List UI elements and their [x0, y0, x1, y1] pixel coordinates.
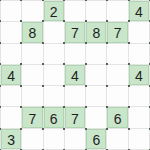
grid-cell[interactable]	[86, 1, 106, 21]
clue-number: 6	[92, 132, 100, 146]
grid-cell[interactable]	[44, 44, 64, 64]
grid-cell[interactable]	[44, 129, 64, 149]
grid-cell[interactable]	[44, 86, 64, 106]
clue-cell[interactable]: 8	[22, 22, 42, 42]
grid-cell[interactable]	[129, 107, 149, 127]
grid-cell[interactable]	[1, 44, 21, 64]
grid-cell[interactable]	[86, 44, 106, 64]
grid-cell[interactable]	[107, 129, 127, 149]
grid-cell[interactable]	[65, 1, 85, 21]
grid-cell[interactable]	[107, 1, 127, 21]
clue-number: 8	[29, 26, 37, 40]
clue-cell[interactable]: 7	[107, 22, 127, 42]
grid-cell[interactable]	[129, 86, 149, 106]
clue-cell[interactable]: 8	[86, 22, 106, 42]
grid-cell[interactable]	[107, 86, 127, 106]
clue-cell[interactable]: 7	[22, 107, 42, 127]
clue-cell[interactable]: 7	[65, 107, 85, 127]
clue-cell[interactable]: 6	[44, 107, 64, 127]
clue-number: 6	[114, 111, 122, 125]
clue-number: 4	[7, 68, 15, 82]
grid-cell[interactable]	[129, 129, 149, 149]
clue-number: 7	[71, 26, 79, 40]
grid-cell[interactable]	[129, 44, 149, 64]
clue-cell[interactable]: 4	[129, 65, 149, 85]
clue-number: 7	[71, 111, 79, 125]
clue-cell[interactable]: 6	[107, 107, 127, 127]
clue-cell[interactable]: 4	[65, 65, 85, 85]
grid-cell[interactable]	[107, 65, 127, 85]
clue-cell[interactable]: 2	[44, 1, 64, 21]
clue-number: 8	[92, 26, 100, 40]
grid-cell[interactable]	[22, 44, 42, 64]
clue-number: 4	[135, 68, 143, 82]
grid-cell[interactable]	[65, 44, 85, 64]
grid-cell[interactable]	[22, 86, 42, 106]
grid-cell[interactable]	[1, 107, 21, 127]
clue-cell[interactable]: 7	[65, 22, 85, 42]
grid-cell[interactable]	[86, 107, 106, 127]
clue-cell[interactable]: 4	[129, 1, 149, 21]
grid-cell[interactable]	[22, 1, 42, 21]
grid-cell[interactable]	[86, 65, 106, 85]
grid-cell[interactable]	[1, 22, 21, 42]
grid-cell[interactable]	[44, 22, 64, 42]
clue-cell[interactable]: 6	[86, 129, 106, 149]
grid-cell[interactable]	[1, 1, 21, 21]
grid-cell[interactable]	[107, 44, 127, 64]
grid-cell[interactable]	[44, 65, 64, 85]
clue-number: 3	[7, 132, 15, 146]
clue-number: 7	[114, 26, 122, 40]
grid-cell[interactable]	[129, 22, 149, 42]
grid-cell[interactable]	[1, 86, 21, 106]
puzzle-grid[interactable]: 248787444767636	[0, 0, 150, 150]
clue-cell[interactable]: 3	[1, 129, 21, 149]
clue-number: 6	[50, 111, 58, 125]
grid-cell[interactable]	[22, 129, 42, 149]
clue-cell[interactable]: 4	[1, 65, 21, 85]
grid-cell[interactable]	[65, 86, 85, 106]
clue-number: 2	[50, 5, 58, 19]
grid-cell[interactable]	[22, 65, 42, 85]
puzzle-board: 248787444767636	[0, 0, 150, 150]
grid-cell[interactable]	[86, 86, 106, 106]
clue-number: 4	[71, 68, 79, 82]
clue-number: 7	[29, 111, 37, 125]
clue-number: 4	[135, 5, 143, 19]
grid-cell[interactable]	[65, 129, 85, 149]
